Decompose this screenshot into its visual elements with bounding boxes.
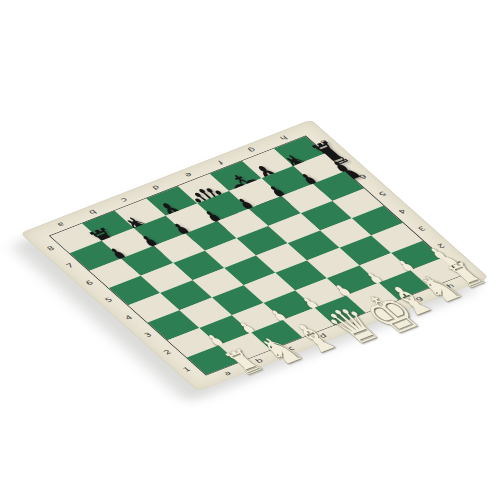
chess-set-product-photo: ♜♞♝♛♚♝♞♜♟♟♟♟♟♟♟♟♟♟♟♟♟♟♟♟♜♞♝♛♚♝♞♜ 88aa77b… bbox=[0, 0, 500, 500]
rank-label-left-7: 7 bbox=[65, 262, 76, 269]
file-label-bottom-b: b bbox=[254, 357, 265, 364]
rank-label-right-8: 8 bbox=[318, 138, 329, 145]
file-label-top-d: d bbox=[151, 184, 162, 191]
file-label-top-b: b bbox=[87, 209, 98, 216]
file-label-top-a: a bbox=[55, 221, 65, 228]
rank-label-left-2: 2 bbox=[162, 349, 173, 356]
file-label-top-f: f bbox=[216, 159, 224, 165]
chess-board: ♜♞♝♛♚♝♞♜♟♟♟♟♟♟♟♟♟♟♟♟♟♟♟♟♜♞♝♛♚♝♞♜ bbox=[50, 136, 461, 374]
file-label-bottom-d: d bbox=[318, 332, 329, 339]
rank-label-right-7: 7 bbox=[338, 156, 349, 163]
file-label-bottom-f: f bbox=[383, 308, 391, 314]
rank-label-left-5: 5 bbox=[104, 297, 115, 304]
rank-label-right-3: 3 bbox=[416, 225, 427, 232]
rank-label-left-4: 4 bbox=[123, 314, 134, 321]
rank-label-right-5: 5 bbox=[377, 190, 388, 197]
file-label-bottom-c: c bbox=[286, 345, 296, 351]
rank-label-right-4: 4 bbox=[396, 208, 407, 215]
file-label-bottom-h: h bbox=[445, 283, 456, 290]
rank-label-left-3: 3 bbox=[143, 332, 154, 339]
file-label-bottom-e: e bbox=[350, 320, 361, 327]
rank-label-right-2: 2 bbox=[435, 242, 446, 249]
file-label-top-c: c bbox=[119, 196, 129, 202]
file-label-top-e: e bbox=[183, 171, 194, 178]
vinyl-chess-mat: ♜♞♝♛♚♝♞♜♟♟♟♟♟♟♟♟♟♟♟♟♟♟♟♟♜♞♝♛♚♝♞♜ 88aa77b… bbox=[20, 119, 489, 391]
file-label-bottom-g: g bbox=[414, 295, 425, 302]
rank-label-left-6: 6 bbox=[84, 280, 95, 287]
file-label-top-h: h bbox=[278, 134, 289, 141]
board-frame: ♜♞♝♛♚♝♞♜♟♟♟♟♟♟♟♟♟♟♟♟♟♟♟♟♜♞♝♛♚♝♞♜ bbox=[49, 136, 463, 376]
file-label-top-g: g bbox=[247, 147, 258, 154]
rank-label-left-1: 1 bbox=[182, 366, 193, 373]
rank-label-right-1: 1 bbox=[455, 260, 466, 267]
rank-label-right-6: 6 bbox=[357, 173, 368, 180]
rank-label-left-8: 8 bbox=[45, 245, 56, 252]
file-label-bottom-a: a bbox=[222, 370, 232, 377]
